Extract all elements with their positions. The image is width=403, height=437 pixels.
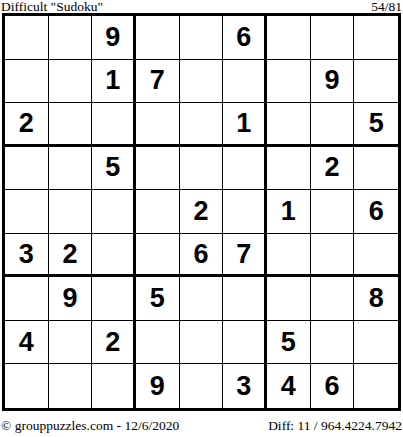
cell-r8c2[interactable]: [49, 321, 93, 365]
cell-r5c3[interactable]: [92, 190, 136, 234]
cell-r4c1[interactable]: [5, 147, 49, 191]
cell-r1c2[interactable]: [49, 16, 93, 60]
cell-r6c3[interactable]: [92, 234, 136, 278]
cell-r5c8[interactable]: [311, 190, 355, 234]
cell-r1c4[interactable]: [136, 16, 180, 60]
cell-r4c2[interactable]: [49, 147, 93, 191]
cell-r2c6[interactable]: [223, 60, 267, 104]
cell-r2c7[interactable]: [267, 60, 311, 104]
cell-r1c9[interactable]: [354, 16, 398, 60]
cell-r5c7[interactable]: 1: [267, 190, 311, 234]
cell-r4c8[interactable]: 2: [311, 147, 355, 191]
cell-r6c5[interactable]: 6: [180, 234, 224, 278]
cell-r9c2[interactable]: [49, 364, 93, 408]
cell-r1c7[interactable]: [267, 16, 311, 60]
cell-r6c7[interactable]: [267, 234, 311, 278]
cell-r9c7[interactable]: 4: [267, 364, 311, 408]
cell-r9c1[interactable]: [5, 364, 49, 408]
sudoku-grid: 961792155221632679584259346: [2, 13, 401, 411]
page-title: Difficult "Sudoku": [1, 0, 103, 13]
cell-r3c9[interactable]: 5: [354, 103, 398, 147]
cell-r2c2[interactable]: [49, 60, 93, 104]
cell-r6c2[interactable]: 2: [49, 234, 93, 278]
cell-r4c5[interactable]: [180, 147, 224, 191]
cell-r7c7[interactable]: [267, 277, 311, 321]
cell-r7c2[interactable]: 9: [49, 277, 93, 321]
cell-r8c6[interactable]: [223, 321, 267, 365]
cell-r3c5[interactable]: [180, 103, 224, 147]
footer: © grouppuzzles.com - 12/6/2020 Diff: 11 …: [0, 419, 403, 433]
cell-r6c9[interactable]: [354, 234, 398, 278]
cell-r1c8[interactable]: [311, 16, 355, 60]
cell-r2c8[interactable]: 9: [311, 60, 355, 104]
cell-r5c6[interactable]: [223, 190, 267, 234]
cell-r9c5[interactable]: [180, 364, 224, 408]
cell-r6c6[interactable]: 7: [223, 234, 267, 278]
cell-r4c6[interactable]: [223, 147, 267, 191]
cell-r8c4[interactable]: [136, 321, 180, 365]
cell-r5c5[interactable]: 2: [180, 190, 224, 234]
cell-r4c4[interactable]: [136, 147, 180, 191]
cell-r9c8[interactable]: 6: [311, 364, 355, 408]
cell-r2c3[interactable]: 1: [92, 60, 136, 104]
cell-r5c4[interactable]: [136, 190, 180, 234]
cell-r5c9[interactable]: 6: [354, 190, 398, 234]
cell-r6c4[interactable]: [136, 234, 180, 278]
header: Difficult "Sudoku" 54/81: [0, 0, 403, 13]
copyright-text: © grouppuzzles.com - 12/6/2020: [1, 419, 179, 433]
cell-r5c1[interactable]: [5, 190, 49, 234]
cell-r3c3[interactable]: [92, 103, 136, 147]
cell-r2c5[interactable]: [180, 60, 224, 104]
cell-r7c9[interactable]: 8: [354, 277, 398, 321]
cell-r1c5[interactable]: [180, 16, 224, 60]
cell-r2c9[interactable]: [354, 60, 398, 104]
cell-r8c1[interactable]: 4: [5, 321, 49, 365]
empty-cell-count: 54/81: [371, 0, 402, 13]
cell-r7c8[interactable]: [311, 277, 355, 321]
cell-r1c1[interactable]: [5, 16, 49, 60]
cell-r3c7[interactable]: [267, 103, 311, 147]
cell-r1c6[interactable]: 6: [223, 16, 267, 60]
cell-r3c2[interactable]: [49, 103, 93, 147]
cell-r8c8[interactable]: [311, 321, 355, 365]
cell-r6c1[interactable]: 3: [5, 234, 49, 278]
cell-r4c9[interactable]: [354, 147, 398, 191]
cell-r5c2[interactable]: [49, 190, 93, 234]
cell-r8c5[interactable]: [180, 321, 224, 365]
cell-r9c4[interactable]: 9: [136, 364, 180, 408]
cell-r3c4[interactable]: [136, 103, 180, 147]
cell-r7c5[interactable]: [180, 277, 224, 321]
cell-r4c7[interactable]: [267, 147, 311, 191]
cell-r8c9[interactable]: [354, 321, 398, 365]
cell-r9c3[interactable]: [92, 364, 136, 408]
cell-r8c7[interactable]: 5: [267, 321, 311, 365]
cell-r2c1[interactable]: [5, 60, 49, 104]
cell-r6c8[interactable]: [311, 234, 355, 278]
difficulty-text: Diff: 11 / 964.4224.7942: [268, 419, 402, 433]
cell-r3c1[interactable]: 2: [5, 103, 49, 147]
cell-r9c6[interactable]: 3: [223, 364, 267, 408]
cell-r1c3[interactable]: 9: [92, 16, 136, 60]
cell-r7c4[interactable]: 5: [136, 277, 180, 321]
cell-r7c3[interactable]: [92, 277, 136, 321]
sudoku-page: Difficult "Sudoku" 54/81 961792155221632…: [0, 0, 403, 437]
cell-r8c3[interactable]: 2: [92, 321, 136, 365]
cell-r9c9[interactable]: [354, 364, 398, 408]
cell-r3c6[interactable]: 1: [223, 103, 267, 147]
cell-r4c3[interactable]: 5: [92, 147, 136, 191]
cell-r2c4[interactable]: 7: [136, 60, 180, 104]
cell-r7c6[interactable]: [223, 277, 267, 321]
cell-r3c8[interactable]: [311, 103, 355, 147]
cell-r7c1[interactable]: [5, 277, 49, 321]
